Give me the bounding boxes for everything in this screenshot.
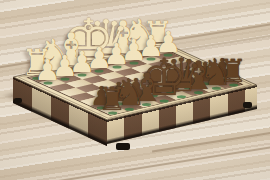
chessboard-photo-scene: ♜♞♝♚♛♝♞♜♟♟♟♟♟♟♟♟♟♟♟♟♟♟♟♟♜♞♝♚♛♝♞♜ [0, 0, 270, 180]
chess-piece-glyph: ♜ [98, 84, 127, 114]
pieces-layer: ♜♞♝♚♛♝♞♜♟♟♟♟♟♟♟♟♟♟♟♟♟♟♟♟♜♞♝♚♛♝♞♜ [0, 0, 270, 180]
chess-piece-glyph: ♟ [35, 57, 61, 85]
white-pawn: ♟ [35, 57, 61, 85]
black-rook: ♜ [98, 84, 127, 114]
